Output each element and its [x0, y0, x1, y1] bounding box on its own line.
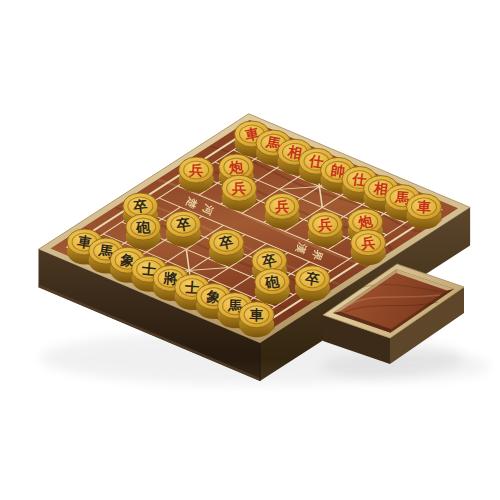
piece-red-soldier[interactable]: 兵: [308, 212, 344, 248]
piece-red-soldier[interactable]: 兵: [222, 175, 258, 211]
piece-character: 卒: [303, 270, 321, 288]
piece-character: 卒: [132, 197, 149, 214]
piece-black-soldier[interactable]: 卒: [209, 229, 245, 265]
piece-character: 兵: [317, 216, 333, 233]
piece-black-cannon[interactable]: 砲: [255, 269, 291, 305]
piece-black-cannon[interactable]: 砲: [126, 214, 162, 250]
piece-red-soldier[interactable]: 兵: [265, 193, 301, 229]
piece-character: 炮: [228, 159, 245, 176]
piece-black-soldier[interactable]: 卒: [166, 211, 202, 247]
piece-character: 兵: [360, 234, 376, 251]
piece-red-soldier[interactable]: 兵: [351, 230, 387, 265]
piece-black-chariot[interactable]: 車: [239, 302, 275, 338]
piece-red-soldier[interactable]: 兵: [179, 157, 215, 193]
piece-character: 卒: [217, 233, 235, 251]
piece-black-soldier[interactable]: 卒: [295, 266, 331, 302]
piece-character: 卒: [174, 215, 191, 233]
piece-character: 兵: [188, 162, 204, 179]
piece-character: 車: [248, 307, 263, 323]
piece-character: 兵: [231, 180, 246, 196]
piece-character: 兵: [274, 198, 289, 214]
product-photo: 楚 河 漢 界 車馬相仕炮兵帥仕兵相馬卒兵車炮卒兵砲車卒兵馬象卒士將卒砲士象馬車: [0, 0, 500, 500]
piece-character: 車: [415, 198, 431, 215]
piece-character: 砲: [135, 219, 152, 236]
piece-red-chariot[interactable]: 車: [407, 194, 443, 230]
